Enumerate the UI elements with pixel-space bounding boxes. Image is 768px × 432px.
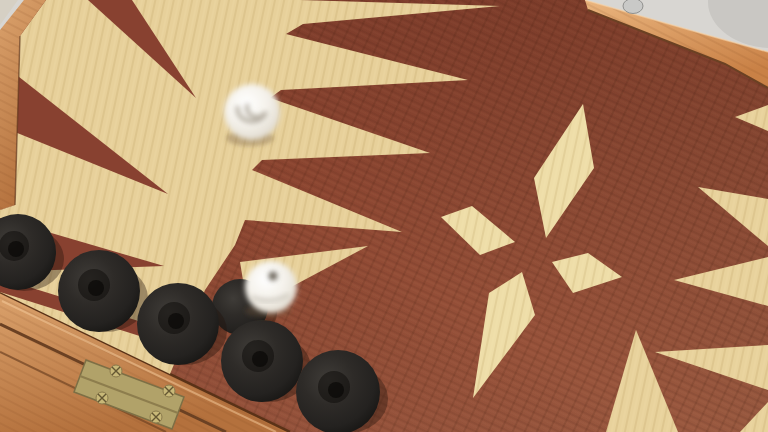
backgammon-photo-frame	[0, 0, 768, 432]
checker-2-dimple-core	[88, 280, 104, 296]
white-die-1[interactable]	[224, 84, 280, 140]
checker-1-dimple-core	[8, 241, 24, 257]
checker-3-dimple-core	[168, 313, 184, 329]
die-2-pip	[269, 272, 278, 281]
board-layers	[0, 0, 768, 432]
latch-pin	[623, 0, 643, 14]
backgammon-board-scene	[0, 0, 768, 432]
checker-5-dimple-core	[328, 382, 344, 398]
checker-4-dimple-core	[252, 351, 268, 367]
white-die-2[interactable]	[245, 261, 297, 313]
